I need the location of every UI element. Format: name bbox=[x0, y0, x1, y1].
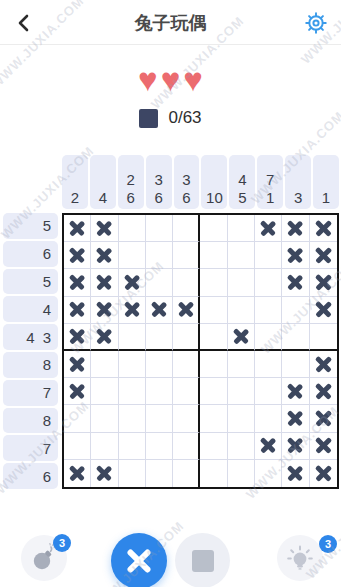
row-clue: 43 bbox=[3, 324, 58, 350]
clue-number: 6 bbox=[127, 189, 135, 207]
clue-number: 6 bbox=[154, 189, 162, 207]
col-clue: 3 bbox=[285, 155, 311, 209]
x-mark bbox=[64, 215, 90, 241]
grid-cell-r2c4[interactable] bbox=[146, 242, 173, 269]
grid-cell-r7c9[interactable] bbox=[282, 378, 309, 405]
x-mark bbox=[119, 269, 145, 295]
grid-cell-r7c6[interactable] bbox=[200, 378, 227, 405]
x-mark bbox=[64, 460, 90, 487]
x-mark bbox=[91, 324, 117, 349]
grid-cell-r10c4[interactable] bbox=[146, 460, 173, 487]
bomb-count-badge: 3 bbox=[53, 534, 71, 552]
x-mark bbox=[146, 297, 172, 323]
x-mark bbox=[91, 215, 117, 241]
grid-cell-r5c4[interactable] bbox=[146, 324, 173, 351]
grid-cell-r1c8[interactable] bbox=[255, 215, 282, 242]
x-tool-icon bbox=[122, 544, 156, 578]
grid-cell-r10c5[interactable] bbox=[173, 460, 200, 487]
grid-cell-r3c9[interactable] bbox=[282, 269, 309, 296]
x-mark bbox=[64, 297, 90, 323]
grid-cell-r8c8[interactable] bbox=[255, 405, 282, 432]
clue-number: 2 bbox=[127, 171, 135, 189]
grid-cell-r2c2[interactable] bbox=[91, 242, 118, 269]
col-clue: 26 bbox=[118, 155, 144, 209]
grid-cell-r4c5[interactable] bbox=[173, 297, 200, 324]
grid-cell-r5c8[interactable] bbox=[255, 324, 282, 351]
grid-cell-r7c1[interactable] bbox=[64, 378, 91, 405]
clue-number: 4 bbox=[99, 189, 107, 207]
clue-number: 1 bbox=[322, 189, 330, 207]
grid-cell-r7c3[interactable] bbox=[119, 378, 146, 405]
grid-cell-r6c6[interactable] bbox=[200, 351, 227, 378]
col-clue: 71 bbox=[257, 155, 283, 209]
clue-number: 7 bbox=[43, 384, 51, 401]
grid-cell-r8c3[interactable] bbox=[119, 405, 146, 432]
x-mark bbox=[64, 324, 90, 349]
grid-cell-r6c10[interactable] bbox=[310, 351, 337, 378]
col-clue: 4 bbox=[90, 155, 116, 209]
grid-cell-r3c2[interactable] bbox=[91, 269, 118, 296]
row-clue: 6 bbox=[3, 241, 58, 267]
x-mark bbox=[310, 215, 337, 241]
progress-count: 0/63 bbox=[168, 108, 201, 128]
clue-number: 1 bbox=[266, 189, 274, 207]
grid-cell-r3c4[interactable] bbox=[146, 269, 173, 296]
clue-number: 7 bbox=[266, 171, 274, 189]
grid-cell-r10c6[interactable] bbox=[200, 460, 227, 487]
clue-number: 4 bbox=[238, 171, 246, 189]
grid-cell-r6c1[interactable] bbox=[64, 351, 91, 378]
x-mark bbox=[282, 269, 308, 295]
grid-cell-r9c7[interactable] bbox=[228, 433, 255, 460]
grid-cell-r7c7[interactable] bbox=[228, 378, 255, 405]
grid-cell-r4c9[interactable] bbox=[282, 297, 309, 324]
grid-cell-r3c7[interactable] bbox=[228, 269, 255, 296]
col-clue: 1 bbox=[313, 155, 339, 209]
clue-number: 10 bbox=[206, 189, 223, 207]
grid-cell-r8c4[interactable] bbox=[146, 405, 173, 432]
grid-cell-r1c9[interactable] bbox=[282, 215, 309, 242]
row-clue: 5 bbox=[3, 213, 58, 239]
grid-cell-r6c4[interactable] bbox=[146, 351, 173, 378]
x-mark bbox=[282, 242, 308, 268]
hint-count-badge: 3 bbox=[319, 535, 337, 553]
heart-icon: ♥ bbox=[183, 65, 203, 95]
grid-cell-r8c6[interactable] bbox=[200, 405, 227, 432]
grid-cell-r1c3[interactable] bbox=[119, 215, 146, 242]
x-mark bbox=[282, 215, 308, 241]
x-mark bbox=[310, 460, 337, 487]
x-mark bbox=[310, 242, 337, 268]
grid-cell-r1c1[interactable] bbox=[64, 215, 91, 242]
x-mark bbox=[255, 433, 281, 459]
grid-cell-r9c10[interactable] bbox=[310, 433, 337, 460]
grid-cell-r4c6[interactable] bbox=[200, 297, 227, 324]
progress-fill-swatch bbox=[139, 109, 158, 128]
grid-cell-r9c3[interactable] bbox=[119, 433, 146, 460]
grid-cell-r1c6[interactable] bbox=[200, 215, 227, 242]
clue-number: 3 bbox=[294, 189, 302, 207]
clue-number: 6 bbox=[182, 189, 190, 207]
x-mark bbox=[310, 351, 337, 377]
settings-button[interactable] bbox=[301, 9, 331, 37]
grid-cell-r4c1[interactable] bbox=[64, 297, 91, 324]
clue-number: 3 bbox=[154, 171, 162, 189]
clue-number: 3 bbox=[43, 329, 51, 346]
row-clue: 4 bbox=[3, 296, 58, 322]
grid-cell-r3c8[interactable] bbox=[255, 269, 282, 296]
page-title: 兔子玩偶 bbox=[0, 0, 341, 45]
grid-cell-r4c4[interactable] bbox=[146, 297, 173, 324]
heart-icon: ♥ bbox=[138, 65, 158, 95]
top-bar: 兔子玩偶 bbox=[0, 0, 341, 45]
fill-square-icon bbox=[192, 550, 214, 572]
row-clue: 7 bbox=[3, 435, 58, 461]
grid-cell-r10c3[interactable] bbox=[119, 460, 146, 487]
clue-number: 6 bbox=[43, 468, 51, 485]
grid-cell-r5c1[interactable] bbox=[64, 324, 91, 351]
grid-cell-r6c7[interactable] bbox=[228, 351, 255, 378]
grid-cell-r3c3[interactable] bbox=[119, 269, 146, 296]
grid-cell-r9c6[interactable] bbox=[200, 433, 227, 460]
x-mark bbox=[64, 351, 90, 377]
x-mark bbox=[282, 405, 308, 431]
clue-number: 8 bbox=[43, 356, 51, 373]
grid-cell-r6c3[interactable] bbox=[119, 351, 146, 378]
hint-tool-button[interactable] bbox=[277, 535, 323, 581]
grid-cell-r6c8[interactable] bbox=[255, 351, 282, 378]
row-clues: 56544387876 bbox=[3, 213, 58, 489]
x-mark bbox=[64, 378, 90, 404]
grid-cell-r10c2[interactable] bbox=[91, 460, 118, 487]
col-clue: 45 bbox=[229, 155, 255, 209]
x-mark bbox=[310, 433, 337, 459]
grid-cell-r7c8[interactable] bbox=[255, 378, 282, 405]
grid-cell-r7c5[interactable] bbox=[173, 378, 200, 405]
grid-cell-r7c4[interactable] bbox=[146, 378, 173, 405]
grid-cell-r10c8[interactable] bbox=[255, 460, 282, 487]
lives-row: ♥♥♥ bbox=[0, 62, 341, 98]
grid-cell-r1c10[interactable] bbox=[310, 215, 337, 242]
grid-cell-r5c9[interactable] bbox=[282, 324, 309, 351]
grid-cell-r1c4[interactable] bbox=[146, 215, 173, 242]
x-mark bbox=[255, 215, 281, 241]
grid-cell-r7c2[interactable] bbox=[91, 378, 118, 405]
clue-number: 4 bbox=[43, 301, 51, 318]
row-clue: 8 bbox=[3, 408, 58, 434]
col-clue: 36 bbox=[174, 155, 200, 209]
x-mark-tool-button[interactable] bbox=[111, 533, 167, 587]
grid-cell-r8c9[interactable] bbox=[282, 405, 309, 432]
grid-cell-r5c3[interactable] bbox=[119, 324, 146, 351]
x-mark bbox=[64, 242, 90, 268]
grid-cell-r5c6[interactable] bbox=[200, 324, 227, 351]
clue-number: 5 bbox=[43, 273, 51, 290]
clue-number: 4 bbox=[26, 329, 34, 346]
heart-icon: ♥ bbox=[161, 65, 181, 95]
grid-cell-r7c10[interactable] bbox=[310, 378, 337, 405]
grid-cell-r2c3[interactable] bbox=[119, 242, 146, 269]
row-clue: 8 bbox=[3, 352, 58, 378]
grid-cell-r3c10[interactable] bbox=[310, 269, 337, 296]
grid-cell-r5c10[interactable] bbox=[310, 324, 337, 351]
clue-number: 2 bbox=[71, 189, 79, 207]
grid-cell-r1c2[interactable] bbox=[91, 215, 118, 242]
grid-cell-r6c5[interactable] bbox=[173, 351, 200, 378]
col-clue: 10 bbox=[201, 155, 227, 209]
grid-cell-r9c4[interactable] bbox=[146, 433, 173, 460]
grid-cell-r2c7[interactable] bbox=[228, 242, 255, 269]
row-clue: 6 bbox=[3, 463, 58, 489]
lightbulb-icon bbox=[285, 543, 315, 573]
grid-cell-r2c9[interactable] bbox=[282, 242, 309, 269]
progress-row: 0/63 bbox=[0, 106, 341, 130]
row-clue: 7 bbox=[3, 380, 58, 406]
grid-cell-r3c5[interactable] bbox=[173, 269, 200, 296]
grid-cell-r4c10[interactable] bbox=[310, 297, 337, 324]
grid-cell-r6c2[interactable] bbox=[91, 351, 118, 378]
col-clue: 36 bbox=[146, 155, 172, 209]
grid-cell-r1c7[interactable] bbox=[228, 215, 255, 242]
clue-number: 7 bbox=[43, 440, 51, 457]
grid-cell-r3c6[interactable] bbox=[200, 269, 227, 296]
x-mark bbox=[228, 324, 254, 349]
x-mark bbox=[91, 297, 117, 323]
grid-cell-r2c5[interactable] bbox=[173, 242, 200, 269]
grid-cell-r8c5[interactable] bbox=[173, 405, 200, 432]
grid-cell-r8c2[interactable] bbox=[91, 405, 118, 432]
x-mark bbox=[91, 242, 117, 268]
clue-number: 3 bbox=[182, 171, 190, 189]
x-mark bbox=[310, 405, 337, 431]
grid-cell-r2c1[interactable] bbox=[64, 242, 91, 269]
grid-cell-r5c7[interactable] bbox=[228, 324, 255, 351]
grid-cell-r2c6[interactable] bbox=[200, 242, 227, 269]
grid-cell-r3c1[interactable] bbox=[64, 269, 91, 296]
grid-cell-r10c1[interactable] bbox=[64, 460, 91, 487]
x-mark bbox=[282, 378, 308, 404]
gear-icon bbox=[303, 10, 329, 36]
grid-cell-r2c10[interactable] bbox=[310, 242, 337, 269]
grid-cell-r6c9[interactable] bbox=[282, 351, 309, 378]
col-clue: 2 bbox=[62, 155, 88, 209]
grid-cell-r9c5[interactable] bbox=[173, 433, 200, 460]
x-mark bbox=[282, 433, 308, 459]
x-mark bbox=[119, 297, 145, 323]
grid-cell-r4c7[interactable] bbox=[228, 297, 255, 324]
grid-cell-r4c3[interactable] bbox=[119, 297, 146, 324]
x-mark bbox=[310, 378, 337, 404]
grid-cell-r9c1[interactable] bbox=[64, 433, 91, 460]
clue-number: 8 bbox=[43, 412, 51, 429]
grid-cell-r4c2[interactable] bbox=[91, 297, 118, 324]
x-mark bbox=[64, 269, 90, 295]
grid-cell-r9c9[interactable] bbox=[282, 433, 309, 460]
grid-cell-r4c8[interactable] bbox=[255, 297, 282, 324]
x-mark bbox=[173, 297, 198, 323]
nonogram-grid bbox=[62, 213, 339, 489]
grid-cell-r1c5[interactable] bbox=[173, 215, 200, 242]
grid-cell-r2c8[interactable] bbox=[255, 242, 282, 269]
grid-cell-r8c7[interactable] bbox=[228, 405, 255, 432]
grid-cell-r9c2[interactable] bbox=[91, 433, 118, 460]
grid-cell-r5c5[interactable] bbox=[173, 324, 200, 351]
fill-tool-button[interactable] bbox=[175, 533, 230, 587]
x-mark bbox=[310, 297, 337, 323]
grid-cell-r10c10[interactable] bbox=[310, 460, 337, 487]
grid-cell-r10c9[interactable] bbox=[282, 460, 309, 487]
grid-cell-r5c2[interactable] bbox=[91, 324, 118, 351]
x-mark bbox=[310, 269, 337, 295]
clue-number: 5 bbox=[43, 217, 51, 234]
x-mark bbox=[91, 269, 117, 295]
x-mark bbox=[91, 460, 117, 487]
x-mark bbox=[282, 460, 308, 487]
grid-cell-r8c10[interactable] bbox=[310, 405, 337, 432]
row-clue: 5 bbox=[3, 269, 58, 295]
grid-cell-r8c1[interactable] bbox=[64, 405, 91, 432]
grid-cell-r10c7[interactable] bbox=[228, 460, 255, 487]
grid-cell-r9c8[interactable] bbox=[255, 433, 282, 460]
clue-number: 6 bbox=[43, 245, 51, 262]
column-clues: 2426363610457131 bbox=[62, 155, 339, 209]
clue-number: 5 bbox=[238, 189, 246, 207]
